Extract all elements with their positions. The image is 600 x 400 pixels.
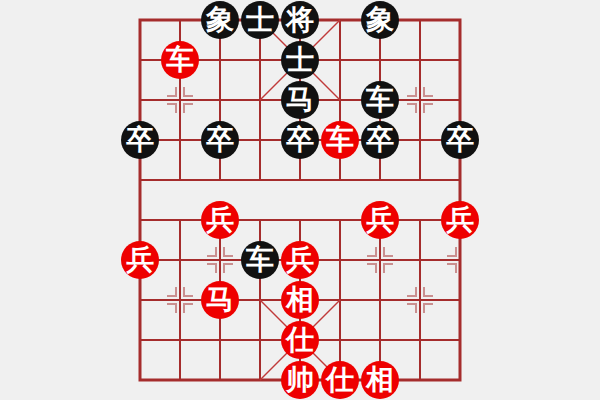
piece-red-horse[interactable]: 马 [201,281,239,319]
piece-black-soldier[interactable]: 卒 [361,121,399,159]
piece-red-chariot[interactable]: 车 [321,121,359,159]
piece-black-general[interactable]: 将 [281,1,319,39]
piece-black-soldier[interactable]: 卒 [281,121,319,159]
piece-black-soldier[interactable]: 卒 [121,121,159,159]
piece-red-chariot[interactable]: 车 [161,41,199,79]
piece-black-elephant[interactable]: 象 [201,1,239,39]
piece-red-elephant[interactable]: 相 [281,281,319,319]
piece-red-soldier[interactable]: 兵 [441,201,479,239]
piece-black-soldier[interactable]: 卒 [201,121,239,159]
piece-red-general[interactable]: 帅 [281,361,319,399]
piece-red-advisor[interactable]: 仕 [281,321,319,359]
piece-black-elephant[interactable]: 象 [361,1,399,39]
piece-grid: 象士将象车士马车卒卒卒车卒卒兵兵兵兵车兵马相仕帅仕相 [120,0,480,400]
piece-black-soldier[interactable]: 卒 [441,121,479,159]
piece-black-chariot[interactable]: 车 [241,241,279,279]
piece-red-advisor[interactable]: 仕 [321,361,359,399]
piece-black-chariot[interactable]: 车 [361,81,399,119]
piece-black-advisor[interactable]: 士 [241,1,279,39]
piece-red-elephant[interactable]: 相 [361,361,399,399]
piece-red-soldier[interactable]: 兵 [361,201,399,239]
xiangqi-board: 象士将象车士马车卒卒卒车卒卒兵兵兵兵车兵马相仕帅仕相 [0,0,600,400]
piece-red-soldier[interactable]: 兵 [201,201,239,239]
piece-black-advisor[interactable]: 士 [281,41,319,79]
piece-black-horse[interactable]: 马 [281,81,319,119]
piece-red-soldier[interactable]: 兵 [281,241,319,279]
piece-red-soldier[interactable]: 兵 [121,241,159,279]
